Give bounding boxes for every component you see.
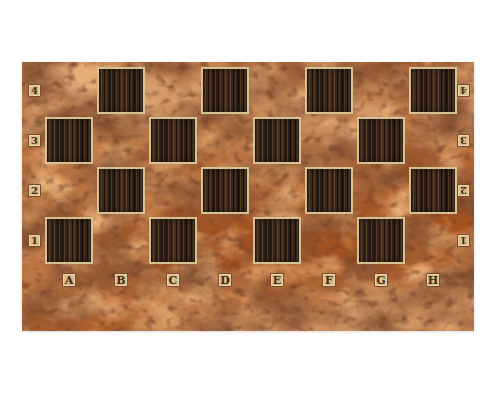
square-c1[interactable] xyxy=(149,217,197,264)
square-c3[interactable] xyxy=(149,117,197,164)
square-g4[interactable] xyxy=(357,67,405,114)
board-grid xyxy=(45,67,457,264)
square-b3[interactable] xyxy=(97,117,145,164)
square-a2[interactable] xyxy=(45,167,93,214)
rank-label-right-4: 4 xyxy=(457,84,470,97)
square-h4[interactable] xyxy=(409,67,457,114)
square-f4[interactable] xyxy=(305,67,353,114)
file-label-g: G xyxy=(374,273,388,287)
square-e2[interactable] xyxy=(253,167,301,214)
square-b4[interactable] xyxy=(97,67,145,114)
file-label-h: H xyxy=(426,273,440,287)
square-b2[interactable] xyxy=(97,167,145,214)
square-h3[interactable] xyxy=(409,117,457,164)
file-label-f: F xyxy=(322,273,336,287)
square-g1[interactable] xyxy=(357,217,405,264)
square-e4[interactable] xyxy=(253,67,301,114)
square-a4[interactable] xyxy=(45,67,93,114)
rank-label-left-4: 4 xyxy=(28,84,41,97)
file-label-b: B xyxy=(114,273,128,287)
square-a3[interactable] xyxy=(45,117,93,164)
chessboard: 43214321ABCDEFGH xyxy=(22,62,474,331)
square-d3[interactable] xyxy=(201,117,249,164)
square-a1[interactable] xyxy=(45,217,93,264)
square-b1[interactable] xyxy=(97,217,145,264)
rank-label-right-1: 1 xyxy=(457,234,470,247)
square-g2[interactable] xyxy=(357,167,405,214)
rank-label-right-3: 3 xyxy=(457,134,470,147)
file-label-e: E xyxy=(270,273,284,287)
square-d1[interactable] xyxy=(201,217,249,264)
file-label-c: C xyxy=(166,273,180,287)
square-e3[interactable] xyxy=(253,117,301,164)
square-d4[interactable] xyxy=(201,67,249,114)
square-g3[interactable] xyxy=(357,117,405,164)
square-e1[interactable] xyxy=(253,217,301,264)
file-label-a: A xyxy=(62,273,76,287)
file-label-d: D xyxy=(218,273,232,287)
rank-label-right-2: 2 xyxy=(457,184,470,197)
square-h2[interactable] xyxy=(409,167,457,214)
square-c4[interactable] xyxy=(149,67,197,114)
rank-label-left-3: 3 xyxy=(28,134,41,147)
square-d2[interactable] xyxy=(201,167,249,214)
square-h1[interactable] xyxy=(409,217,457,264)
square-c2[interactable] xyxy=(149,167,197,214)
square-f2[interactable] xyxy=(305,167,353,214)
photo-background: 43214321ABCDEFGH xyxy=(0,0,500,400)
rank-label-left-1: 1 xyxy=(28,234,41,247)
rank-label-left-2: 2 xyxy=(28,184,41,197)
square-f1[interactable] xyxy=(305,217,353,264)
square-f3[interactable] xyxy=(305,117,353,164)
